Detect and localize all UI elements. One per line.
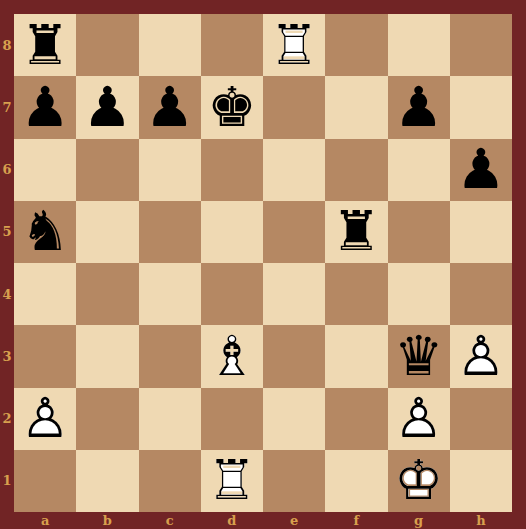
square-a7[interactable]: ♟	[14, 76, 76, 138]
square-e8[interactable]: ♜♖	[263, 14, 325, 76]
square-c4[interactable]	[139, 263, 201, 325]
black-pawn-piece[interactable]: ♟	[76, 76, 138, 138]
square-c8[interactable]	[139, 14, 201, 76]
square-f8[interactable]	[325, 14, 387, 76]
white-piece-outline: ♙	[20, 391, 69, 446]
black-queen-piece[interactable]: ♛	[388, 325, 450, 387]
square-b5[interactable]	[76, 201, 138, 263]
square-c1[interactable]	[139, 450, 201, 512]
square-f3[interactable]	[325, 325, 387, 387]
black-rook-piece[interactable]: ♜	[325, 201, 387, 263]
square-b8[interactable]	[76, 14, 138, 76]
square-h7[interactable]	[450, 76, 512, 138]
rank-label-5: 5	[0, 201, 14, 263]
square-f6[interactable]	[325, 139, 387, 201]
file-label-c: c	[139, 512, 201, 529]
square-f2[interactable]	[325, 388, 387, 450]
square-e7[interactable]	[263, 76, 325, 138]
chess-board: ♜♜♖♟♟♟♚♟♟♞♜♝♗♛♟♙♟♙♟♙♜♖♚♔	[14, 14, 512, 512]
square-a2[interactable]: ♟♙	[14, 388, 76, 450]
black-piece-glyph: ♟	[456, 142, 505, 197]
white-piece-outline: ♙	[456, 329, 505, 384]
file-label-h: h	[450, 512, 512, 529]
file-label-a: a	[14, 512, 76, 529]
square-h8[interactable]	[450, 14, 512, 76]
chess-board-frame: 87654321 abcdefgh ♜♜♖♟♟♟♚♟♟♞♜♝♗♛♟♙♟♙♟♙♜♖…	[0, 0, 526, 529]
square-e2[interactable]	[263, 388, 325, 450]
square-c3[interactable]	[139, 325, 201, 387]
square-d1[interactable]: ♜♖	[201, 450, 263, 512]
white-pawn-piece[interactable]: ♟♙	[450, 325, 512, 387]
square-f1[interactable]	[325, 450, 387, 512]
white-rook-piece[interactable]: ♜♖	[263, 14, 325, 76]
black-piece-glyph: ♛	[394, 329, 443, 384]
rank-label-3: 3	[0, 325, 14, 387]
rank-label-8: 8	[0, 14, 14, 76]
rank-label-7: 7	[0, 76, 14, 138]
white-piece-outline: ♙	[394, 391, 443, 446]
file-label-g: g	[388, 512, 450, 529]
square-b6[interactable]	[76, 139, 138, 201]
white-piece-outline: ♔	[394, 453, 443, 508]
square-g8[interactable]	[388, 14, 450, 76]
square-b7[interactable]: ♟	[76, 76, 138, 138]
square-g7[interactable]: ♟	[388, 76, 450, 138]
black-piece-glyph: ♜	[332, 204, 381, 259]
square-d2[interactable]	[201, 388, 263, 450]
square-a8[interactable]: ♜	[14, 14, 76, 76]
square-d4[interactable]	[201, 263, 263, 325]
square-h2[interactable]	[450, 388, 512, 450]
file-label-f: f	[325, 512, 387, 529]
black-pawn-piece[interactable]: ♟	[14, 76, 76, 138]
square-e5[interactable]	[263, 201, 325, 263]
black-piece-glyph: ♟	[20, 80, 69, 135]
black-piece-glyph: ♟	[145, 80, 194, 135]
square-f5[interactable]: ♜	[325, 201, 387, 263]
black-piece-glyph: ♚	[207, 80, 256, 135]
square-c6[interactable]	[139, 139, 201, 201]
black-king-piece[interactable]: ♚	[201, 76, 263, 138]
white-piece-outline: ♖	[269, 18, 318, 73]
square-c7[interactable]: ♟	[139, 76, 201, 138]
black-piece-glyph: ♜	[20, 18, 69, 73]
square-h3[interactable]: ♟♙	[450, 325, 512, 387]
square-g1[interactable]: ♚♔	[388, 450, 450, 512]
black-knight-piece[interactable]: ♞	[14, 201, 76, 263]
square-d6[interactable]	[201, 139, 263, 201]
file-label-e: e	[263, 512, 325, 529]
square-e4[interactable]	[263, 263, 325, 325]
square-a4[interactable]	[14, 263, 76, 325]
black-rook-piece[interactable]: ♜	[14, 14, 76, 76]
black-pawn-piece[interactable]: ♟	[388, 76, 450, 138]
file-labels: abcdefgh	[14, 512, 512, 529]
rank-label-1: 1	[0, 450, 14, 512]
square-f7[interactable]	[325, 76, 387, 138]
square-e3[interactable]	[263, 325, 325, 387]
rank-labels: 87654321	[0, 14, 14, 512]
file-label-d: d	[201, 512, 263, 529]
square-e1[interactable]	[263, 450, 325, 512]
square-g2[interactable]: ♟♙	[388, 388, 450, 450]
square-d3[interactable]: ♝♗	[201, 325, 263, 387]
square-h6[interactable]: ♟	[450, 139, 512, 201]
square-d7[interactable]: ♚	[201, 76, 263, 138]
white-pawn-piece[interactable]: ♟♙	[388, 388, 450, 450]
square-b1[interactable]	[76, 450, 138, 512]
black-pawn-piece[interactable]: ♟	[450, 139, 512, 201]
square-a1[interactable]	[14, 450, 76, 512]
white-piece-outline: ♗	[207, 329, 256, 384]
white-rook-piece[interactable]: ♜♖	[201, 450, 263, 512]
black-piece-glyph: ♞	[20, 204, 69, 259]
square-g5[interactable]	[388, 201, 450, 263]
square-d8[interactable]	[201, 14, 263, 76]
square-b3[interactable]	[76, 325, 138, 387]
black-piece-glyph: ♟	[394, 80, 443, 135]
square-b2[interactable]	[76, 388, 138, 450]
white-bishop-piece[interactable]: ♝♗	[201, 325, 263, 387]
square-a5[interactable]: ♞	[14, 201, 76, 263]
square-g6[interactable]	[388, 139, 450, 201]
square-h4[interactable]	[450, 263, 512, 325]
square-d5[interactable]	[201, 201, 263, 263]
square-f4[interactable]	[325, 263, 387, 325]
white-king-piece[interactable]: ♚♔	[388, 450, 450, 512]
white-piece-outline: ♖	[207, 453, 256, 508]
square-g4[interactable]	[388, 263, 450, 325]
black-pawn-piece[interactable]: ♟	[139, 76, 201, 138]
rank-label-6: 6	[0, 139, 14, 201]
square-c5[interactable]	[139, 201, 201, 263]
white-pawn-piece[interactable]: ♟♙	[14, 388, 76, 450]
square-h1[interactable]	[450, 450, 512, 512]
file-label-b: b	[76, 512, 138, 529]
square-b4[interactable]	[76, 263, 138, 325]
square-c2[interactable]	[139, 388, 201, 450]
square-a6[interactable]	[14, 139, 76, 201]
square-h5[interactable]	[450, 201, 512, 263]
rank-label-4: 4	[0, 263, 14, 325]
rank-label-2: 2	[0, 388, 14, 450]
black-piece-glyph: ♟	[83, 80, 132, 135]
square-a3[interactable]	[14, 325, 76, 387]
square-g3[interactable]: ♛	[388, 325, 450, 387]
square-e6[interactable]	[263, 139, 325, 201]
